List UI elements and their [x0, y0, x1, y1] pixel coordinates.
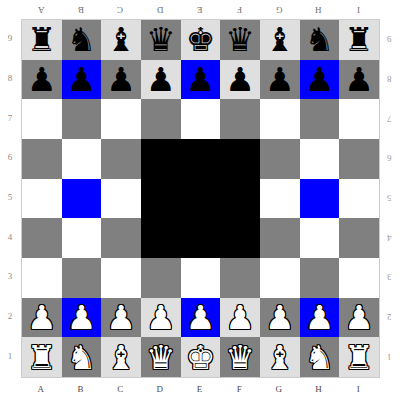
square-g1[interactable]: ♝: [260, 337, 300, 377]
square-b8[interactable]: ♟: [62, 60, 102, 100]
square-d7[interactable]: [141, 99, 181, 139]
piece-black-rook: ♜: [27, 23, 57, 56]
square-i9[interactable]: ♜: [339, 20, 379, 60]
piece-white-pawn: ♟: [265, 301, 295, 334]
square-h1[interactable]: ♞: [300, 337, 340, 377]
square-h6[interactable]: [300, 139, 340, 179]
square-f4: [220, 218, 260, 258]
chessboard-screenshot: ABCDEFGHI ♜♞♝♛♚♛♝♞♜♟♟♟♟♟♟♟♟♟♟♟♟♟♟♟♟♟♟♜♞♝…: [0, 0, 400, 400]
square-i7[interactable]: [339, 99, 379, 139]
square-d5: [141, 179, 181, 219]
rank-label-right-7: 7: [387, 114, 392, 123]
rank-label-left-3: 3: [8, 272, 13, 281]
piece-white-pawn: ♟: [225, 301, 255, 334]
piece-black-bishop: ♝: [265, 23, 295, 56]
square-f9[interactable]: ♛: [220, 20, 260, 60]
piece-white-bishop: ♝: [106, 341, 136, 374]
square-b5[interactable]: [62, 179, 102, 219]
square-f3[interactable]: [220, 258, 260, 298]
square-c2[interactable]: ♟: [101, 298, 141, 338]
piece-white-queen: ♛: [225, 341, 255, 374]
file-label-top-e: E: [197, 5, 203, 14]
piece-white-rook: ♜: [27, 341, 57, 374]
square-d9[interactable]: ♛: [141, 20, 181, 60]
square-b2[interactable]: ♟: [62, 298, 102, 338]
file-label-bottom-c: C: [117, 385, 123, 394]
square-g8[interactable]: ♟: [260, 60, 300, 100]
piece-white-queen: ♛: [146, 341, 176, 374]
square-h5[interactable]: [300, 179, 340, 219]
square-i4[interactable]: [339, 218, 379, 258]
rank-label-right-9: 9: [387, 34, 392, 43]
square-a5[interactable]: [22, 179, 62, 219]
square-d3[interactable]: [141, 258, 181, 298]
square-i1[interactable]: ♜: [339, 337, 379, 377]
piece-white-rook: ♜: [344, 341, 374, 374]
rank-label-left-6: 6: [8, 153, 13, 162]
square-a1[interactable]: ♜: [22, 337, 62, 377]
square-g3[interactable]: [260, 258, 300, 298]
square-b7[interactable]: [62, 99, 102, 139]
piece-black-pawn: ♟: [225, 63, 255, 96]
piece-black-pawn: ♟: [27, 63, 57, 96]
square-c8[interactable]: ♟: [101, 60, 141, 100]
square-f6: [220, 139, 260, 179]
square-d8[interactable]: ♟: [141, 60, 181, 100]
square-a7[interactable]: [22, 99, 62, 139]
piece-black-pawn: ♟: [106, 63, 136, 96]
square-f2[interactable]: ♟: [220, 298, 260, 338]
square-d1[interactable]: ♛: [141, 337, 181, 377]
rank-label-right-2: 2: [387, 312, 392, 321]
square-c7[interactable]: [101, 99, 141, 139]
square-g6[interactable]: [260, 139, 300, 179]
piece-white-bishop: ♝: [265, 341, 295, 374]
square-h3[interactable]: [300, 258, 340, 298]
file-label-top-b: B: [78, 5, 84, 14]
square-g4[interactable]: [260, 218, 300, 258]
piece-white-pawn: ♟: [67, 301, 97, 334]
square-g5[interactable]: [260, 179, 300, 219]
piece-black-queen: ♛: [146, 23, 176, 56]
piece-white-king: ♚: [186, 341, 216, 374]
rank-label-right-8: 8: [387, 74, 392, 83]
square-i5[interactable]: [339, 179, 379, 219]
piece-black-queen: ♛: [225, 23, 255, 56]
piece-black-pawn: ♟: [305, 63, 335, 96]
square-a9[interactable]: ♜: [22, 20, 62, 60]
square-h9[interactable]: ♞: [300, 20, 340, 60]
file-label-top-i: I: [357, 5, 360, 14]
square-c3[interactable]: [101, 258, 141, 298]
square-e2[interactable]: ♟: [181, 298, 221, 338]
piece-white-pawn: ♟: [305, 301, 335, 334]
file-label-bottom-a: A: [38, 385, 45, 394]
piece-white-pawn: ♟: [344, 301, 374, 334]
square-b9[interactable]: ♞: [62, 20, 102, 60]
square-e8[interactable]: ♟: [181, 60, 221, 100]
square-i2[interactable]: ♟: [339, 298, 379, 338]
piece-black-knight: ♞: [305, 23, 335, 56]
piece-white-pawn: ♟: [27, 301, 57, 334]
file-labels-bottom: ABCDEFGHI: [21, 381, 378, 397]
piece-black-rook: ♜: [344, 23, 374, 56]
square-c5[interactable]: [101, 179, 141, 219]
square-h2[interactable]: ♟: [300, 298, 340, 338]
rank-label-right-1: 1: [387, 352, 392, 361]
rank-label-right-4: 4: [387, 233, 392, 242]
piece-black-pawn: ♟: [146, 63, 176, 96]
file-label-bottom-i: I: [357, 385, 360, 394]
square-h7[interactable]: [300, 99, 340, 139]
square-a4[interactable]: [22, 218, 62, 258]
piece-black-bishop: ♝: [106, 23, 136, 56]
file-label-top-d: D: [157, 5, 164, 14]
square-a2[interactable]: ♟: [22, 298, 62, 338]
file-label-bottom-f: F: [237, 385, 242, 394]
square-g9[interactable]: ♝: [260, 20, 300, 60]
square-e4: [181, 218, 221, 258]
square-f8[interactable]: ♟: [220, 60, 260, 100]
piece-white-knight: ♞: [305, 341, 335, 374]
square-c4[interactable]: [101, 218, 141, 258]
rank-label-left-9: 9: [8, 34, 13, 43]
piece-white-pawn: ♟: [146, 301, 176, 334]
rank-label-left-8: 8: [8, 74, 13, 83]
piece-white-pawn: ♟: [106, 301, 136, 334]
square-b3[interactable]: [62, 258, 102, 298]
rank-label-left-4: 4: [8, 233, 13, 242]
square-d2[interactable]: ♟: [141, 298, 181, 338]
file-label-bottom-d: D: [157, 385, 164, 394]
square-g2[interactable]: ♟: [260, 298, 300, 338]
board-grid: ♜♞♝♛♚♛♝♞♜♟♟♟♟♟♟♟♟♟♟♟♟♟♟♟♟♟♟♜♞♝♛♚♛♝♞♜: [21, 19, 380, 378]
square-e1[interactable]: ♚: [181, 337, 221, 377]
square-f5: [220, 179, 260, 219]
square-f1[interactable]: ♛: [220, 337, 260, 377]
piece-black-knight: ♞: [67, 23, 97, 56]
square-a3[interactable]: [22, 258, 62, 298]
rank-label-right-3: 3: [387, 272, 392, 281]
rank-label-left-5: 5: [8, 193, 13, 202]
square-i3[interactable]: [339, 258, 379, 298]
square-a6[interactable]: [22, 139, 62, 179]
square-i6[interactable]: [339, 139, 379, 179]
rank-labels-left: 987654321: [2, 19, 18, 376]
file-label-bottom-g: G: [276, 385, 283, 394]
square-b4[interactable]: [62, 218, 102, 258]
file-label-top-a: A: [38, 5, 45, 14]
square-c6[interactable]: [101, 139, 141, 179]
piece-black-pawn: ♟: [67, 63, 97, 96]
square-e7[interactable]: [181, 99, 221, 139]
file-label-top-h: H: [315, 5, 322, 14]
rank-labels-right: 987654321: [381, 19, 397, 376]
square-c1[interactable]: ♝: [101, 337, 141, 377]
file-label-top-g: G: [276, 5, 283, 14]
square-e6: [181, 139, 221, 179]
file-label-bottom-e: E: [197, 385, 203, 394]
piece-white-knight: ♞: [67, 341, 97, 374]
square-f7[interactable]: [220, 99, 260, 139]
square-a8[interactable]: ♟: [22, 60, 62, 100]
square-i8[interactable]: ♟: [339, 60, 379, 100]
square-g7[interactable]: [260, 99, 300, 139]
square-b6[interactable]: [62, 139, 102, 179]
rank-label-right-5: 5: [387, 193, 392, 202]
square-e3[interactable]: [181, 258, 221, 298]
file-label-bottom-b: B: [78, 385, 84, 394]
file-label-bottom-h: H: [315, 385, 322, 394]
rank-label-left-2: 2: [8, 312, 13, 321]
rank-label-left-7: 7: [8, 114, 13, 123]
piece-black-pawn: ♟: [344, 63, 374, 96]
square-e5: [181, 179, 221, 219]
file-label-top-f: F: [237, 5, 242, 14]
square-c9[interactable]: ♝: [101, 20, 141, 60]
square-e9[interactable]: ♚: [181, 20, 221, 60]
rank-label-left-1: 1: [8, 352, 13, 361]
square-b1[interactable]: ♞: [62, 337, 102, 377]
piece-white-pawn: ♟: [186, 301, 216, 334]
square-h4[interactable]: [300, 218, 340, 258]
square-h8[interactable]: ♟: [300, 60, 340, 100]
piece-black-pawn: ♟: [265, 63, 295, 96]
piece-black-king: ♚: [186, 23, 216, 56]
rank-label-right-6: 6: [387, 153, 392, 162]
file-label-top-c: C: [117, 5, 123, 14]
piece-black-pawn: ♟: [186, 63, 216, 96]
square-d4: [141, 218, 181, 258]
square-d6: [141, 139, 181, 179]
file-labels-top: ABCDEFGHI: [21, 1, 378, 17]
